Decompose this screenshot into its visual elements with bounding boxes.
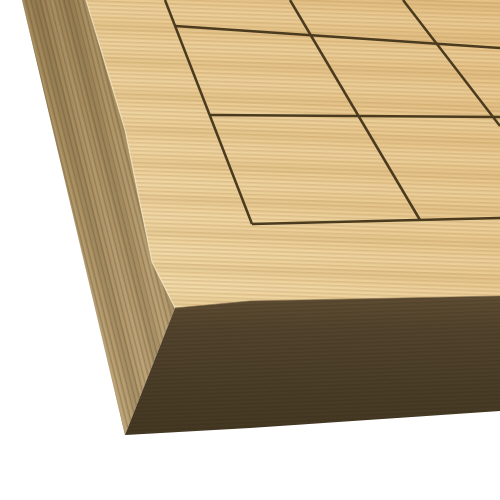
go-board-corner-photo bbox=[0, 0, 500, 500]
photo-canvas bbox=[0, 0, 500, 500]
board-face-front-bevel-grain bbox=[125, 296, 500, 435]
board-group bbox=[22, 0, 500, 435]
